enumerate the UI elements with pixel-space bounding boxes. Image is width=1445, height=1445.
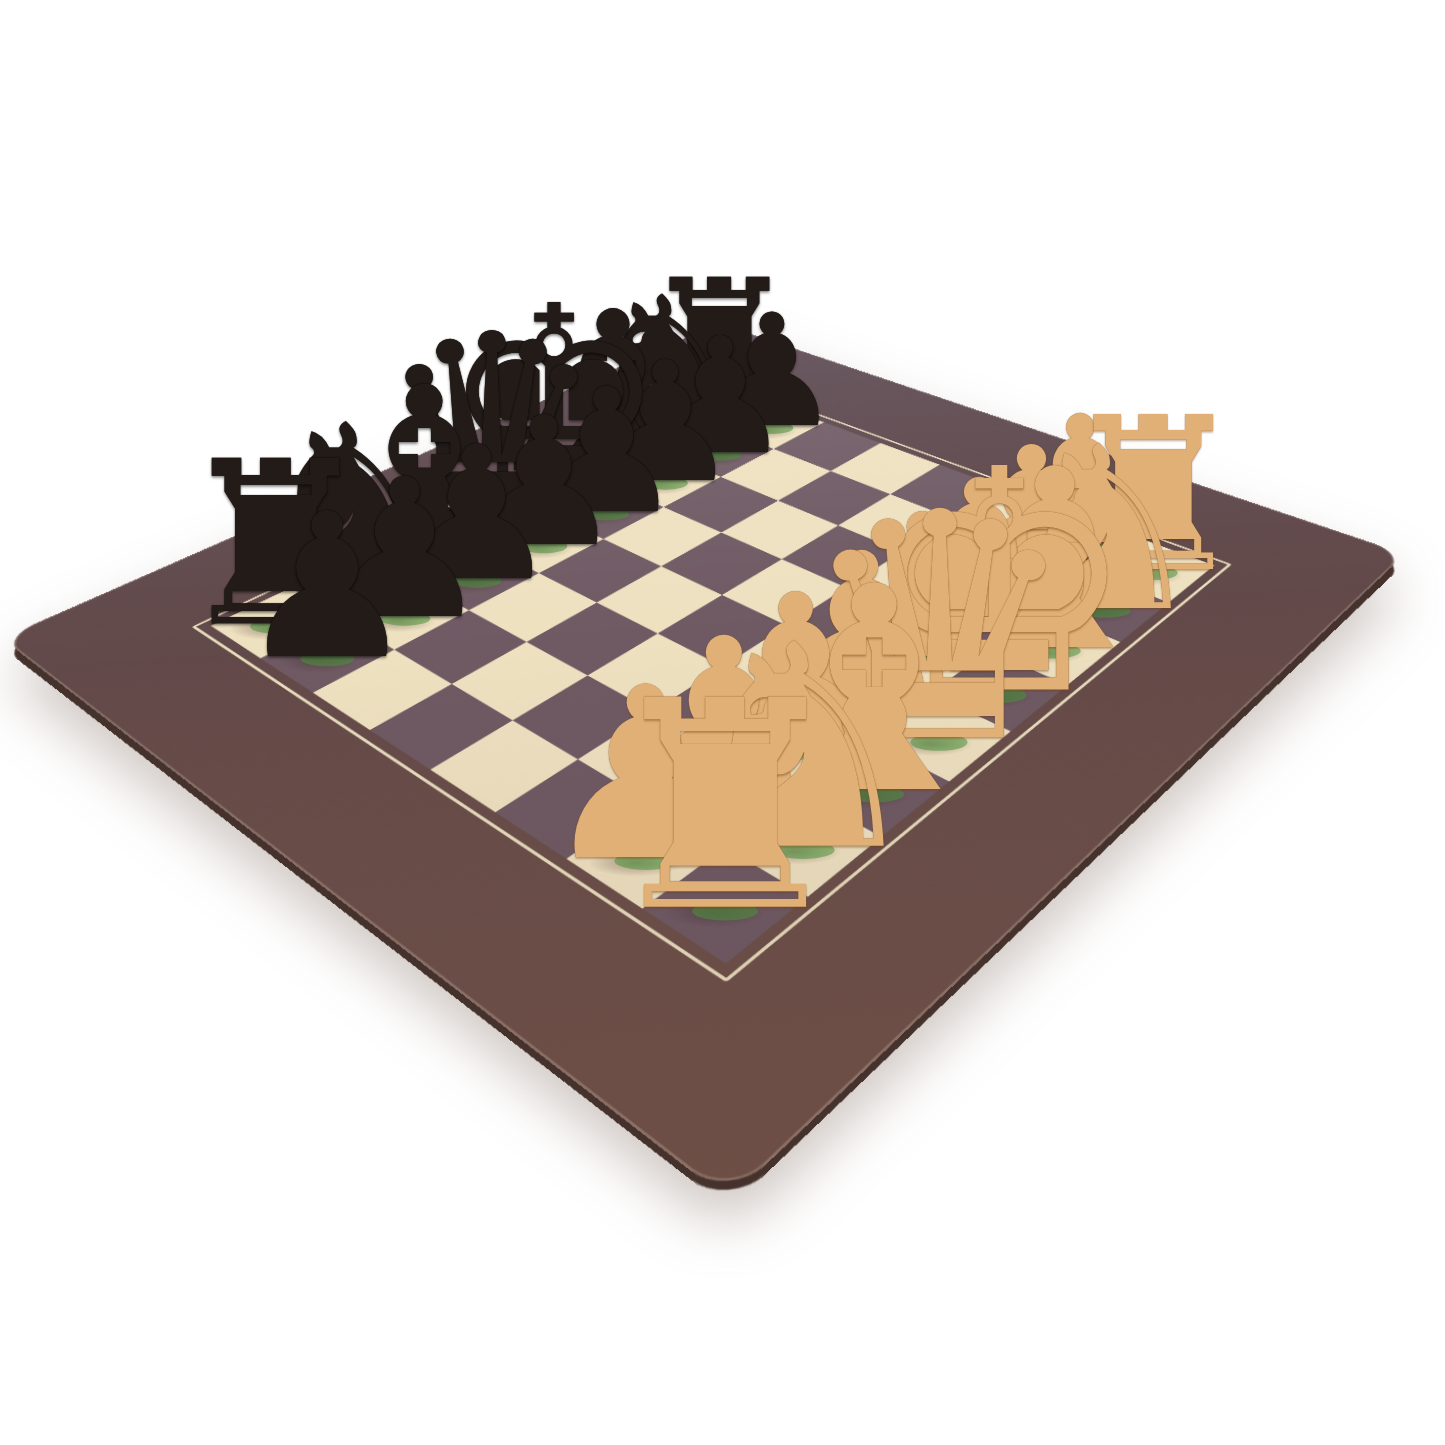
board-perspective-wrapper xyxy=(216,89,1228,1101)
chess-board xyxy=(2,323,1406,1200)
board-tilt-wrapper xyxy=(216,89,1228,1101)
board-squares-grid xyxy=(211,384,1214,963)
scene-background: ♜♞♝♛♚♝♞♜♟♟♟♟♟♟♟♟♟♟♟♟♟♟♟♟♜♞♝♛♚♝♞♜ xyxy=(0,0,1445,1445)
